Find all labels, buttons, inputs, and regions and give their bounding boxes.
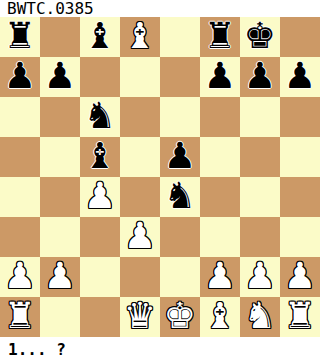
square-e7[interactable] — [160, 57, 200, 97]
piece-black-rook: ♜ — [204, 16, 236, 56]
square-f4[interactable] — [200, 177, 240, 217]
move-prompt: 1... ? — [0, 337, 320, 360]
piece-black-rook: ♜ — [4, 16, 36, 56]
square-e3[interactable] — [160, 217, 200, 257]
square-b5[interactable] — [40, 137, 80, 177]
piece-black-pawn: ♟ — [164, 136, 196, 176]
square-d8[interactable]: ♝ — [120, 17, 160, 57]
square-c8[interactable]: ♝ — [80, 17, 120, 57]
piece-white-rook: ♜ — [284, 296, 316, 336]
piece-white-pawn: ♟ — [284, 256, 316, 296]
square-h3[interactable] — [280, 217, 320, 257]
piece-white-knight: ♞ — [244, 296, 276, 336]
square-c7[interactable] — [80, 57, 120, 97]
square-e2[interactable] — [160, 257, 200, 297]
square-c2[interactable] — [80, 257, 120, 297]
piece-white-king: ♚ — [164, 296, 196, 336]
square-g2[interactable]: ♟ — [240, 257, 280, 297]
square-g3[interactable] — [240, 217, 280, 257]
square-c6[interactable]: ♞ — [80, 97, 120, 137]
square-f7[interactable]: ♟ — [200, 57, 240, 97]
piece-black-pawn: ♟ — [44, 56, 76, 96]
square-b7[interactable]: ♟ — [40, 57, 80, 97]
square-h1[interactable]: ♜ — [280, 297, 320, 337]
square-a8[interactable]: ♜ — [0, 17, 40, 57]
square-g1[interactable]: ♞ — [240, 297, 280, 337]
chess-board: ♜♝♝♜♚♟♟♟♟♟♞♝♟♟♞♟♟♟♟♟♟♜♛♚♝♞♜ — [0, 17, 320, 337]
piece-white-bishop: ♝ — [124, 16, 156, 56]
piece-black-bishop: ♝ — [84, 16, 116, 56]
square-g6[interactable] — [240, 97, 280, 137]
square-g7[interactable]: ♟ — [240, 57, 280, 97]
square-f3[interactable] — [200, 217, 240, 257]
piece-black-bishop: ♝ — [84, 136, 116, 176]
piece-black-pawn: ♟ — [4, 56, 36, 96]
square-c5[interactable]: ♝ — [80, 137, 120, 177]
square-f1[interactable]: ♝ — [200, 297, 240, 337]
square-g4[interactable] — [240, 177, 280, 217]
square-b8[interactable] — [40, 17, 80, 57]
square-c4[interactable]: ♟ — [80, 177, 120, 217]
square-f8[interactable]: ♜ — [200, 17, 240, 57]
square-a1[interactable]: ♜ — [0, 297, 40, 337]
square-h5[interactable] — [280, 137, 320, 177]
piece-white-pawn: ♟ — [4, 256, 36, 296]
square-d7[interactable] — [120, 57, 160, 97]
square-h4[interactable] — [280, 177, 320, 217]
square-d1[interactable]: ♛ — [120, 297, 160, 337]
square-g5[interactable] — [240, 137, 280, 177]
square-e1[interactable]: ♚ — [160, 297, 200, 337]
square-b1[interactable] — [40, 297, 80, 337]
square-e6[interactable] — [160, 97, 200, 137]
square-c1[interactable] — [80, 297, 120, 337]
square-e4[interactable]: ♞ — [160, 177, 200, 217]
piece-black-knight: ♞ — [164, 176, 196, 216]
square-f2[interactable]: ♟ — [200, 257, 240, 297]
square-g8[interactable]: ♚ — [240, 17, 280, 57]
square-h7[interactable]: ♟ — [280, 57, 320, 97]
piece-white-rook: ♜ — [4, 296, 36, 336]
square-a5[interactable] — [0, 137, 40, 177]
square-a6[interactable] — [0, 97, 40, 137]
square-a4[interactable] — [0, 177, 40, 217]
piece-black-king: ♚ — [244, 16, 276, 56]
piece-black-pawn: ♟ — [204, 56, 236, 96]
piece-white-queen: ♛ — [124, 296, 156, 336]
square-d2[interactable] — [120, 257, 160, 297]
square-h8[interactable] — [280, 17, 320, 57]
piece-black-pawn: ♟ — [244, 56, 276, 96]
square-h6[interactable] — [280, 97, 320, 137]
square-c3[interactable] — [80, 217, 120, 257]
piece-white-pawn: ♟ — [44, 256, 76, 296]
square-b2[interactable]: ♟ — [40, 257, 80, 297]
square-a7[interactable]: ♟ — [0, 57, 40, 97]
square-a2[interactable]: ♟ — [0, 257, 40, 297]
piece-white-pawn: ♟ — [84, 176, 116, 216]
square-b6[interactable] — [40, 97, 80, 137]
square-d5[interactable] — [120, 137, 160, 177]
square-f5[interactable] — [200, 137, 240, 177]
square-d3[interactable]: ♟ — [120, 217, 160, 257]
square-d6[interactable] — [120, 97, 160, 137]
piece-white-pawn: ♟ — [244, 256, 276, 296]
square-b4[interactable] — [40, 177, 80, 217]
square-e8[interactable] — [160, 17, 200, 57]
square-f6[interactable] — [200, 97, 240, 137]
piece-white-pawn: ♟ — [204, 256, 236, 296]
square-e5[interactable]: ♟ — [160, 137, 200, 177]
piece-black-pawn: ♟ — [284, 56, 316, 96]
piece-white-pawn: ♟ — [124, 216, 156, 256]
piece-white-bishop: ♝ — [204, 296, 236, 336]
piece-black-knight: ♞ — [84, 96, 116, 136]
square-a3[interactable] — [0, 217, 40, 257]
square-h2[interactable]: ♟ — [280, 257, 320, 297]
square-d4[interactable] — [120, 177, 160, 217]
square-b3[interactable] — [40, 217, 80, 257]
